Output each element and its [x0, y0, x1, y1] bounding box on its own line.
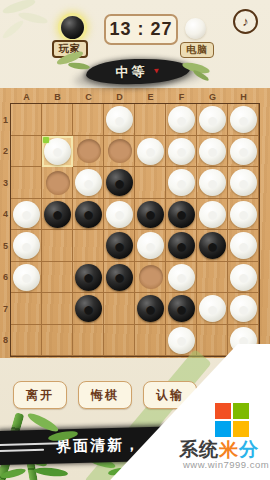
- leave-button[interactable]: 离开: [13, 381, 67, 409]
- board-cell-F6[interactable]: ●: [166, 262, 197, 294]
- board-cell-F7[interactable]: ●: [166, 293, 197, 325]
- white-disc-G4: ●: [199, 201, 226, 228]
- watermark-url: www.win7999.com: [183, 459, 269, 470]
- board-cell-C3[interactable]: ●: [73, 167, 104, 199]
- board-cell-D2[interactable]: [104, 136, 135, 168]
- board-cell-C1[interactable]: [73, 104, 104, 136]
- board-cell-D6[interactable]: ●: [104, 262, 135, 294]
- player-avatar-black-disc: [61, 16, 84, 39]
- white-disc-F8: ●: [168, 327, 195, 354]
- computer-avatar-white-disc: [185, 18, 206, 39]
- board-cell-E4[interactable]: ●: [135, 199, 166, 231]
- difficulty-label: 中等: [115, 62, 148, 81]
- bamboo-leaf: [0, 467, 26, 480]
- board-cell-C7[interactable]: ●: [73, 293, 104, 325]
- bamboo-leaf: [34, 466, 69, 478]
- game-screen: 玩家 13 : 27 电脑 ♪ 中等 ▼ ABCDEFGH 12345678 ●…: [0, 0, 270, 480]
- board-cell-E3[interactable]: [135, 167, 166, 199]
- board-cell-G2[interactable]: ●: [197, 136, 228, 168]
- black-disc-C4: ●: [75, 201, 102, 228]
- board-cell-A6[interactable]: ●: [11, 262, 42, 294]
- white-disc-A5: ●: [13, 232, 40, 259]
- board-cell-C2[interactable]: [73, 136, 104, 168]
- brand-text-blue: 分: [239, 439, 259, 460]
- black-disc-C7: ●: [75, 295, 102, 322]
- board-cell-D7[interactable]: [104, 293, 135, 325]
- black-disc-E4: ●: [137, 201, 164, 228]
- board-cell-D5[interactable]: ●: [104, 230, 135, 262]
- windows-logo-square-1: [233, 403, 249, 419]
- white-disc-G3: ●: [199, 169, 226, 196]
- board-cell-C4[interactable]: ●: [73, 199, 104, 231]
- board-cell-G7[interactable]: ●: [197, 293, 228, 325]
- board-cell-A3[interactable]: [11, 167, 42, 199]
- black-disc-F5: ●: [168, 232, 195, 259]
- bamboo-leaf: [192, 69, 210, 83]
- board-cell-E1[interactable]: [135, 104, 166, 136]
- board-cell-H4[interactable]: ●: [228, 199, 259, 231]
- board-cell-E2[interactable]: ●: [135, 136, 166, 168]
- move-hint-E6[interactable]: [139, 265, 163, 289]
- black-disc-D6: ●: [106, 264, 133, 291]
- white-disc-H1: ●: [230, 106, 257, 133]
- bamboo-leaf: [68, 61, 91, 70]
- col-label-C: C: [73, 90, 104, 103]
- white-disc-H6: ●: [230, 264, 257, 291]
- board-cell-E7[interactable]: ●: [135, 293, 166, 325]
- board-cell-H3[interactable]: ●: [228, 167, 259, 199]
- board-cell-C6[interactable]: ●: [73, 262, 104, 294]
- white-disc-A6: ●: [13, 264, 40, 291]
- black-disc-F4: ●: [168, 201, 195, 228]
- white-disc-F3: ●: [168, 169, 195, 196]
- black-disc-D5: ●: [106, 232, 133, 259]
- board-cell-F3[interactable]: ●: [166, 167, 197, 199]
- board-grid: ●●●●●●●●●●●●●●●●●●●●●●●●●●●●●●●●●●●●●●●●: [10, 103, 260, 357]
- background-bamboo-leaf: [1, 0, 36, 16]
- board-cell-D8[interactable]: [104, 325, 135, 357]
- board-cell-E6[interactable]: [135, 262, 166, 294]
- board-cell-G1[interactable]: ●: [197, 104, 228, 136]
- board-cell-F1[interactable]: ●: [166, 104, 197, 136]
- board-cell-A1[interactable]: [11, 104, 42, 136]
- white-disc-H4: ●: [230, 201, 257, 228]
- column-labels: ABCDEFGH: [11, 90, 259, 103]
- board-cell-B1[interactable]: [42, 104, 73, 136]
- white-disc-F1: ●: [168, 106, 195, 133]
- col-label-F: F: [166, 90, 197, 103]
- windows-logo-square-3: [233, 421, 249, 437]
- background-bamboo-leaf: [1, 18, 25, 40]
- white-disc-G1: ●: [199, 106, 226, 133]
- black-disc-F7: ●: [168, 295, 195, 322]
- board-cell-G8[interactable]: [197, 325, 228, 357]
- board-cell-B5[interactable]: [42, 230, 73, 262]
- music-note-icon: ♪: [242, 14, 249, 29]
- brand-text-dark: 系统: [179, 439, 219, 460]
- white-disc-G2: ●: [199, 138, 226, 165]
- board-cell-F2[interactable]: ●: [166, 136, 197, 168]
- board-cell-G6[interactable]: [197, 262, 228, 294]
- board-cell-A7[interactable]: [11, 293, 42, 325]
- col-label-A: A: [11, 90, 42, 103]
- board-cell-F4[interactable]: ●: [166, 199, 197, 231]
- board-cell-A8[interactable]: [11, 325, 42, 357]
- board-cell-H2[interactable]: ●: [228, 136, 259, 168]
- board-cell-B7[interactable]: [42, 293, 73, 325]
- board-cell-A2[interactable]: [11, 136, 42, 168]
- board-cell-F5[interactable]: ●: [166, 230, 197, 262]
- board-cell-C5[interactable]: [73, 230, 104, 262]
- black-disc-B4: ●: [44, 201, 71, 228]
- black-disc-C6: ●: [75, 264, 102, 291]
- game-timer: 13 : 27: [104, 14, 178, 45]
- black-disc-E7: ●: [137, 295, 164, 322]
- undo-move-button[interactable]: 悔棋: [78, 381, 132, 409]
- board-cell-D1[interactable]: ●: [104, 104, 135, 136]
- white-disc-G7: ●: [199, 295, 226, 322]
- white-disc-C3: ●: [75, 169, 102, 196]
- move-hint-B3[interactable]: [46, 171, 70, 195]
- white-disc-H5: ●: [230, 232, 257, 259]
- board-cell-B2[interactable]: ●: [42, 136, 73, 168]
- white-disc-F6: ●: [168, 264, 195, 291]
- board-cell-D4[interactable]: ●: [104, 199, 135, 231]
- board-cell-B8[interactable]: [42, 325, 73, 357]
- move-hint-D2[interactable]: [108, 139, 132, 163]
- background-bamboo-leaf: [17, 10, 48, 25]
- white-disc-E2: ●: [137, 138, 164, 165]
- board-cell-H6[interactable]: ●: [228, 262, 259, 294]
- col-label-B: B: [42, 90, 73, 103]
- board-cell-G3[interactable]: ●: [197, 167, 228, 199]
- board-cell-G4[interactable]: ●: [197, 199, 228, 231]
- white-disc-A4: ●: [13, 201, 40, 228]
- board-cell-D3[interactable]: ●: [104, 167, 135, 199]
- white-disc-H7: ●: [230, 295, 257, 322]
- board-cell-E8[interactable]: [135, 325, 166, 357]
- board-cell-A4[interactable]: ●: [11, 199, 42, 231]
- computer-badge: 电脑: [180, 42, 214, 58]
- difficulty-selector[interactable]: 中等 ▼: [86, 57, 191, 86]
- white-disc-D4: ●: [106, 201, 133, 228]
- black-disc-D3: ●: [106, 169, 133, 196]
- white-disc-H3: ●: [230, 169, 257, 196]
- dropdown-arrow-icon: ▼: [152, 67, 160, 75]
- board-cell-A5[interactable]: ●: [11, 230, 42, 262]
- board-cell-H1[interactable]: ●: [228, 104, 259, 136]
- white-disc-F2: ●: [168, 138, 195, 165]
- white-disc-D1: ●: [106, 106, 133, 133]
- board-cell-B4[interactable]: ●: [42, 199, 73, 231]
- white-disc-E5: ●: [137, 232, 164, 259]
- move-hint-C2[interactable]: [77, 139, 101, 163]
- col-label-G: G: [197, 90, 228, 103]
- white-disc-H2: ●: [230, 138, 257, 165]
- col-label-D: D: [104, 90, 135, 103]
- windows-logo-icon: [215, 403, 249, 437]
- board-cell-H7[interactable]: ●: [228, 293, 259, 325]
- col-label-E: E: [135, 90, 166, 103]
- black-disc-G5: ●: [199, 232, 226, 259]
- brand-text-orange: 米: [219, 439, 239, 460]
- board-cell-E5[interactable]: ●: [135, 230, 166, 262]
- brush-streaks: [0, 442, 64, 452]
- music-toggle-button[interactable]: ♪: [233, 9, 258, 34]
- col-label-H: H: [228, 90, 259, 103]
- board-cell-C8[interactable]: [73, 325, 104, 357]
- windows-logo-square-0: [215, 403, 231, 419]
- last-move-marker: [43, 137, 49, 143]
- board-cell-G5[interactable]: ●: [197, 230, 228, 262]
- board-cell-H5[interactable]: ●: [228, 230, 259, 262]
- player-badge: 玩家: [52, 40, 88, 58]
- windows-logo-square-2: [215, 421, 231, 437]
- board-cell-B6[interactable]: [42, 262, 73, 294]
- board-cell-B3[interactable]: [42, 167, 73, 199]
